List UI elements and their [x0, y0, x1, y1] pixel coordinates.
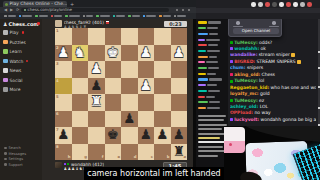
extension-icon[interactable]: [176, 9, 178, 11]
mini-chat-username: [198, 56, 208, 58]
bookmark-item[interactable]: [65, 15, 80, 18]
chat-badge-icon: [230, 99, 233, 102]
sidebar-item-label: Learn: [10, 49, 22, 54]
mini-chat-text: [206, 61, 218, 63]
sidebar-item-label: Play: [10, 30, 19, 35]
bookmark-label: [86, 15, 93, 17]
chat-message-row: TuMessy:odds?: [230, 39, 316, 45]
square-b3[interactable]: [154, 61, 171, 78]
chat-username[interactable]: BIGRED:: [234, 59, 255, 65]
square-e7[interactable]: ♚: [105, 127, 122, 144]
square-e8[interactable]: e: [105, 144, 122, 161]
secondary-tab-favicon[interactable]: [279, 2, 284, 7]
secondary-tab-favicon[interactable]: [265, 2, 270, 7]
chat-message-text: lol: [259, 78, 264, 84]
mini-chat-row: [198, 44, 218, 47]
notification-dot: [37, 22, 40, 25]
bookmark-item[interactable]: [35, 15, 48, 18]
square-d6[interactable]: ♟: [121, 111, 138, 128]
social-icon: [3, 78, 8, 83]
popup-stat: [269, 21, 279, 27]
bookmark-favicon: [113, 15, 116, 18]
channel-popup-card: Open Channel: [228, 19, 282, 37]
mini-chat-username: [198, 27, 206, 29]
white-pawn-piece[interactable]: ♟: [138, 78, 155, 95]
sidebar-footer-label: Settings: [9, 157, 24, 161]
chat-message-text: STREAM SNIPERS: [256, 59, 295, 65]
sidebar-badge: [22, 31, 24, 33]
streamer-avatar[interactable]: [55, 162, 62, 169]
square-h4[interactable]: 4: [55, 78, 72, 95]
file-label: b: [167, 155, 170, 159]
extension-icon[interactable]: [182, 9, 184, 11]
secondary-tab-favicon[interactable]: [286, 2, 291, 7]
bookmark-favicon: [159, 15, 162, 18]
streamer-badge-icon: [64, 163, 66, 165]
square-h8[interactable]: 8h: [55, 144, 72, 161]
chat-username[interactable]: wondahh:: [234, 46, 259, 52]
mini-chat-paragraph-line: [198, 115, 226, 117]
file-label: e: [117, 155, 120, 159]
mini-chat-text: [206, 39, 220, 41]
learn-icon: [3, 49, 8, 54]
mini-chat-row: [198, 89, 220, 92]
black-pawn-piece[interactable]: ♟: [154, 127, 171, 144]
mini-chat-paragraph-line: [198, 137, 220, 139]
sidebar-item-play[interactable]: Play: [3, 30, 41, 35]
more-icon: [3, 87, 8, 92]
mini-chat-text: [208, 21, 221, 23]
file-label: d: [134, 155, 137, 159]
mini-chat-text: [209, 33, 218, 35]
bookmark-label: [146, 15, 156, 17]
bookmark-label: [116, 15, 125, 17]
bookmark-favicon: [174, 15, 177, 18]
bookmark-label: [22, 15, 32, 17]
mini-chat-row: [198, 61, 218, 64]
bookmark-favicon: [83, 15, 86, 18]
square-c3[interactable]: [138, 61, 155, 78]
chat-message-row: Reggaeton_kid:who has one and wondahh pl…: [230, 85, 316, 91]
chat-username[interactable]: loyalty_mc:: [230, 91, 259, 97]
square-a7[interactable]: ♟: [171, 127, 188, 144]
mini-chat-username: [198, 39, 205, 41]
square-a1[interactable]: [171, 28, 188, 45]
rank-label: 8: [56, 145, 59, 149]
bookmark-favicon: [96, 15, 99, 18]
square-c1[interactable]: [138, 28, 155, 45]
bookmark-item[interactable]: [159, 15, 171, 18]
white-pawn-piece[interactable]: ♟: [138, 45, 155, 62]
streamer-rating: (412): [92, 162, 104, 167]
sidebar-footer-label: Support: [9, 163, 23, 167]
play-icon: [3, 30, 8, 35]
white-knight-piece[interactable]: ♞: [72, 45, 89, 62]
mini-chat-row: [198, 72, 216, 75]
square-f5[interactable]: ♜: [88, 94, 105, 111]
settings-icon: [4, 158, 7, 161]
sidebar-item-more[interactable]: More: [3, 87, 41, 92]
sidebar-item-puzzles[interactable]: Puzzles: [3, 40, 41, 45]
mini-chat-username: [198, 33, 208, 35]
secondary-tab-favicon[interactable]: [272, 2, 277, 7]
square-c2[interactable]: ♟: [138, 45, 155, 62]
chat-username[interactable]: ashley_old:: [230, 104, 258, 110]
chat-username[interactable]: wandalike:: [230, 52, 257, 58]
browser-tab-bar: Play Chess Online - Che... +: [0, 0, 196, 7]
mini-chat-username: [198, 96, 205, 98]
mini-chat-text: [208, 67, 219, 69]
square-f7[interactable]: [88, 127, 105, 144]
sidebar-item-label: Watch: [10, 59, 24, 64]
search-icon: [4, 147, 7, 150]
mini-chat-text: [207, 50, 220, 52]
square-c4[interactable]: ♟: [138, 78, 155, 95]
square-f8[interactable]: f: [88, 144, 105, 161]
chat-message-row: TuMessy:ez: [230, 97, 316, 103]
chat-username[interactable]: Reggaeton_kid:: [230, 85, 269, 91]
chat-message-text: snipers: [247, 65, 263, 71]
black-pawn-piece[interactable]: ♟: [138, 127, 155, 144]
reload-icon[interactable]: ⟳: [16, 8, 19, 12]
rank-label: 4: [56, 79, 59, 83]
file-label: g: [84, 155, 87, 159]
secondary-tab-favicon[interactable]: [307, 2, 312, 7]
chat-username[interactable]: TuMessy:: [234, 98, 257, 104]
chat-message-text: gold: [260, 91, 270, 97]
chat-username[interactable]: OPPload:: [230, 110, 253, 116]
square-h3[interactable]: 3: [55, 61, 72, 78]
mini-chat-username: [198, 90, 207, 92]
square-b4[interactable]: [154, 78, 171, 95]
chat-message-row: BIGRED:STREAM SNIPERS: [230, 59, 316, 65]
white-pawn-piece[interactable]: ♟: [55, 45, 72, 62]
pawn-logo-icon: ♟: [3, 21, 7, 27]
white-rook-piece[interactable]: ♜: [88, 94, 105, 111]
rank-label: 5: [56, 95, 59, 99]
square-a3[interactable]: [171, 61, 188, 78]
sidebar-footer-support[interactable]: Support: [4, 163, 23, 167]
bookmark-item[interactable]: [4, 15, 16, 18]
game-area: chess_fan92 (401) ♟♟♞♞♝♜ 0:23 12♟♞♚♟♟3♟4…: [42, 19, 193, 180]
square-a4[interactable]: [171, 78, 188, 95]
mini-chat-paragraph-line: [198, 124, 227, 126]
mini-chat-row: [198, 32, 218, 35]
square-h1[interactable]: 1: [55, 28, 72, 45]
mini-chat-row: [198, 101, 220, 104]
sidebar-item-news[interactable]: News: [3, 68, 41, 73]
mini-chat-username: [198, 84, 206, 86]
white-clock: 0:23: [164, 21, 187, 28]
square-h6[interactable]: 6: [55, 111, 72, 128]
black-pawn-piece[interactable]: ♟: [121, 111, 138, 128]
mini-chat-row: [198, 21, 221, 24]
square-g3[interactable]: [72, 61, 89, 78]
sidebar-item-social[interactable]: Social: [3, 78, 41, 83]
square-b2[interactable]: [154, 45, 171, 62]
chat-message-text: wondahh gonna be big again left 1 day: [260, 117, 316, 123]
mini-chat-text: [206, 96, 215, 98]
secondary-tab-favicon[interactable]: [251, 2, 256, 7]
sidebar-item-label: News: [10, 68, 22, 73]
mini-chat-username: [198, 78, 208, 80]
square-d2[interactable]: [121, 45, 138, 62]
square-b5[interactable]: [154, 94, 171, 111]
messages-icon: [4, 152, 7, 155]
black-rook-piece[interactable]: ♜: [171, 144, 188, 161]
secondary-tab-favicon[interactable]: [293, 2, 298, 7]
chat-message-row: ashley_old:LOL: [230, 104, 316, 110]
square-a5[interactable]: [171, 94, 188, 111]
mini-chat-text: [207, 27, 218, 29]
mini-chat-text: [208, 44, 218, 46]
popup-stat: [233, 21, 243, 27]
mini-chat-username: [198, 21, 207, 23]
url-text: chess.com/play/online: [28, 8, 73, 12]
square-g8[interactable]: g: [72, 144, 89, 161]
square-g6[interactable]: [72, 111, 89, 128]
square-g1[interactable]: [72, 28, 89, 45]
chat-message-text: LOL: [260, 104, 268, 110]
chat-message-row: OPPload:no way: [230, 110, 316, 116]
square-h7[interactable]: 7♟: [55, 127, 72, 144]
square-g2[interactable]: ♞: [72, 45, 89, 62]
square-f1[interactable]: [88, 28, 105, 45]
black-pawn-piece[interactable]: ♟: [55, 127, 72, 144]
chesscom-favicon: [5, 3, 8, 6]
square-e6[interactable]: [105, 111, 122, 128]
square-a8[interactable]: a♜: [171, 144, 188, 161]
sidebar-footer-settings[interactable]: Settings: [4, 157, 23, 161]
chat-username[interactable]: chum:: [230, 65, 246, 71]
bookmark-item[interactable]: [19, 15, 33, 18]
mini-chat-username: [198, 61, 205, 63]
square-c7[interactable]: ♟: [138, 127, 155, 144]
bookmark-item[interactable]: [51, 15, 63, 18]
bookmark-item[interactable]: [96, 15, 110, 18]
secondary-window-toolbar: [196, 8, 320, 13]
mini-chat-text: [209, 56, 217, 58]
chat-message-text: no way: [254, 110, 270, 116]
mini-chat-row: [198, 67, 219, 70]
square-d5[interactable]: [121, 94, 138, 111]
chat-message-row: wondahh:ok: [230, 46, 316, 52]
black-pawn-piece[interactable]: ♟: [88, 78, 105, 95]
towel-roll: [224, 127, 245, 153]
back-icon[interactable]: ◀: [4, 8, 7, 12]
stream-caption: camera horizontal im left handed: [84, 167, 224, 180]
mini-chat-text: [207, 84, 217, 86]
watch-icon: [3, 59, 8, 64]
secondary-tab-favicon[interactable]: [258, 2, 263, 7]
square-d1[interactable]: [121, 28, 138, 45]
bookmark-label: [69, 15, 80, 17]
file-label: h: [68, 155, 71, 159]
support-icon: [4, 163, 7, 166]
bookmark-label: [132, 15, 140, 17]
chat-message-row: loyalty_mc:gold: [230, 91, 316, 97]
chat-badge-icon: [230, 118, 233, 121]
chat-badge-icon: [230, 60, 233, 63]
mini-chat-paragraph-line: [198, 133, 225, 135]
sidebar-footer-search[interactable]: Search: [4, 146, 21, 150]
stream-screenshot: Play Chess Online - Che... + ◀ ▶ ⟳ chess…: [0, 0, 320, 180]
square-a6[interactable]: [171, 111, 188, 128]
mini-chat-row: [198, 84, 217, 87]
bookmark-label: [100, 15, 110, 17]
chat-username[interactable]: TuMessy:: [234, 78, 257, 84]
mini-chat-row: [198, 55, 217, 58]
square-c5[interactable]: [138, 94, 155, 111]
chat-badge-icon: [230, 41, 233, 44]
sidebar-item-label: Puzzles: [10, 40, 26, 45]
white-king-piece[interactable]: ♚: [105, 45, 122, 62]
cheese-emote-icon: [291, 53, 295, 57]
square-e4[interactable]: [105, 78, 122, 95]
mini-chat-row: [198, 27, 218, 30]
chat-username[interactable]: aking_old:: [234, 72, 260, 78]
secondary-tab-favicon[interactable]: [300, 2, 305, 7]
square-f6[interactable]: [88, 111, 105, 128]
bookmark-item[interactable]: [128, 15, 140, 18]
chesscom-logo[interactable]: ♟ Chess.com: [3, 21, 39, 27]
chat-message-text: odds?: [259, 40, 272, 46]
chat-message-text: who has one and wondahh play?: [271, 85, 316, 91]
mini-chat-username: [198, 73, 206, 75]
sidebar-footer-messages[interactable]: Messages: [4, 152, 26, 156]
mini-chat-username: [198, 107, 206, 109]
white-pawn-piece[interactable]: ♟: [171, 45, 188, 62]
chat-message-text: Chess: [262, 72, 275, 78]
news-icon: [3, 68, 8, 73]
bookmark-label: [54, 15, 62, 17]
square-c8[interactable]: c: [138, 144, 155, 161]
chesscom-sidebar: ♟ Chess.com PlayPuzzlesLearnWatchNewsSoc…: [0, 19, 42, 180]
country-flag-icon: [106, 21, 109, 23]
mini-chat-username: [198, 50, 206, 52]
profile-icon[interactable]: [188, 9, 190, 11]
sidebar-item-learn[interactable]: Learn: [3, 49, 41, 54]
square-e2[interactable]: ♚: [105, 45, 122, 62]
open-channel-button[interactable]: Open Channel: [233, 28, 279, 34]
mini-chat-paragraph-line: [198, 155, 218, 157]
sidebar-footer-label: Search: [9, 146, 21, 150]
bookmark-favicon: [128, 15, 131, 18]
mini-chat-paragraph-line: [198, 146, 223, 148]
square-e3[interactable]: [105, 61, 122, 78]
sidebar-footer-label: Messages: [9, 152, 27, 156]
square-g5[interactable]: [72, 94, 89, 111]
bookmark-label: [39, 15, 48, 17]
opponent-avatar[interactable]: [55, 20, 62, 27]
mini-chat-username: [198, 44, 207, 46]
square-f3[interactable]: ♟: [88, 61, 105, 78]
chat-username[interactable]: luckyvolt:: [234, 117, 259, 123]
chat-badge-icon: [230, 47, 233, 50]
rank-label: 1: [56, 29, 59, 33]
bookmark-favicon: [4, 15, 7, 18]
bookmark-item[interactable]: [174, 15, 187, 18]
white-pawn-piece[interactable]: ♟: [88, 61, 105, 78]
lock-icon: [24, 9, 26, 11]
square-e1[interactable]: [105, 28, 122, 45]
chat-username[interactable]: TuMessy:: [234, 40, 257, 46]
square-d8[interactable]: d: [121, 144, 138, 161]
mini-chat-row: [198, 38, 220, 41]
mini-chat-text: [209, 101, 220, 103]
bookmark-favicon: [51, 15, 54, 18]
rank-label: 6: [56, 112, 59, 116]
bookmark-item[interactable]: [143, 15, 157, 18]
address-bar[interactable]: chess.com/play/online: [21, 8, 169, 12]
mini-chat-paragraph-line: [198, 119, 224, 121]
square-d4[interactable]: [121, 78, 138, 95]
bookmark-item[interactable]: [83, 15, 94, 18]
square-e5[interactable]: [105, 94, 122, 111]
bookmark-favicon: [65, 15, 68, 18]
square-g7[interactable]: [72, 127, 89, 144]
black-king-piece[interactable]: ♚: [105, 127, 122, 144]
sidebar-item-watch[interactable]: Watch: [3, 59, 41, 64]
forward-icon[interactable]: ▶: [10, 8, 13, 12]
puzzles-icon: [3, 40, 8, 45]
square-h5[interactable]: 5: [55, 94, 72, 111]
square-g4[interactable]: [72, 78, 89, 95]
bookmark-item[interactable]: [113, 15, 126, 18]
mini-chat-username: [198, 101, 208, 103]
chat-message-row: aking_old:Chess: [230, 72, 316, 78]
square-h2[interactable]: 2♟: [55, 45, 72, 62]
mini-chat-text: [208, 90, 220, 92]
file-label: c: [151, 155, 153, 159]
mini-chat-text: [209, 78, 222, 80]
square-b7[interactable]: ♟: [154, 127, 171, 144]
mini-chat-text: [207, 73, 216, 75]
chat-message-row: wandalike:stream sniper: [230, 52, 316, 58]
mini-chat-row: [198, 78, 222, 81]
chat-message-text: ok: [261, 46, 266, 52]
bookmark-label: [163, 15, 171, 17]
chess-board: 12♟♞♚♟♟3♟4♟♟5♜6♟7♟♚♟♟♟8hgfedcba♜: [55, 28, 187, 160]
mini-chat-row: [198, 50, 220, 53]
sidebar-item-label: More: [10, 87, 21, 92]
mini-chat-paragraph-line: [198, 141, 226, 143]
square-f2[interactable]: [88, 45, 105, 62]
webcam-overlay: [224, 126, 320, 180]
chat-message-text: stream sniper: [259, 52, 290, 58]
square-c6[interactable]: [138, 111, 155, 128]
square-f4[interactable]: ♟: [88, 78, 105, 95]
cheese-emote-icon: [297, 60, 301, 64]
square-b1[interactable]: [154, 28, 171, 45]
secondary-window-chrome: [196, 0, 320, 19]
mini-chat-row: [198, 107, 220, 110]
mini-chat-paragraph-line: [198, 128, 222, 130]
square-a2[interactable]: ♟: [171, 45, 188, 62]
viewers-icon: [236, 21, 240, 25]
chat-message-row: TuMessy:lol: [230, 78, 316, 84]
square-b8[interactable]: b: [154, 144, 171, 161]
square-d7[interactable]: [121, 127, 138, 144]
mini-chat-username: [198, 67, 207, 69]
chat-message-row: chum:snipers: [230, 65, 316, 71]
black-pawn-piece[interactable]: ♟: [171, 127, 188, 144]
sidebar-badge: [26, 60, 28, 62]
square-d3[interactable]: [121, 61, 138, 78]
streamer-badge-icon: [67, 163, 69, 165]
square-b6[interactable]: [154, 111, 171, 128]
bookmark-label: [8, 15, 16, 17]
